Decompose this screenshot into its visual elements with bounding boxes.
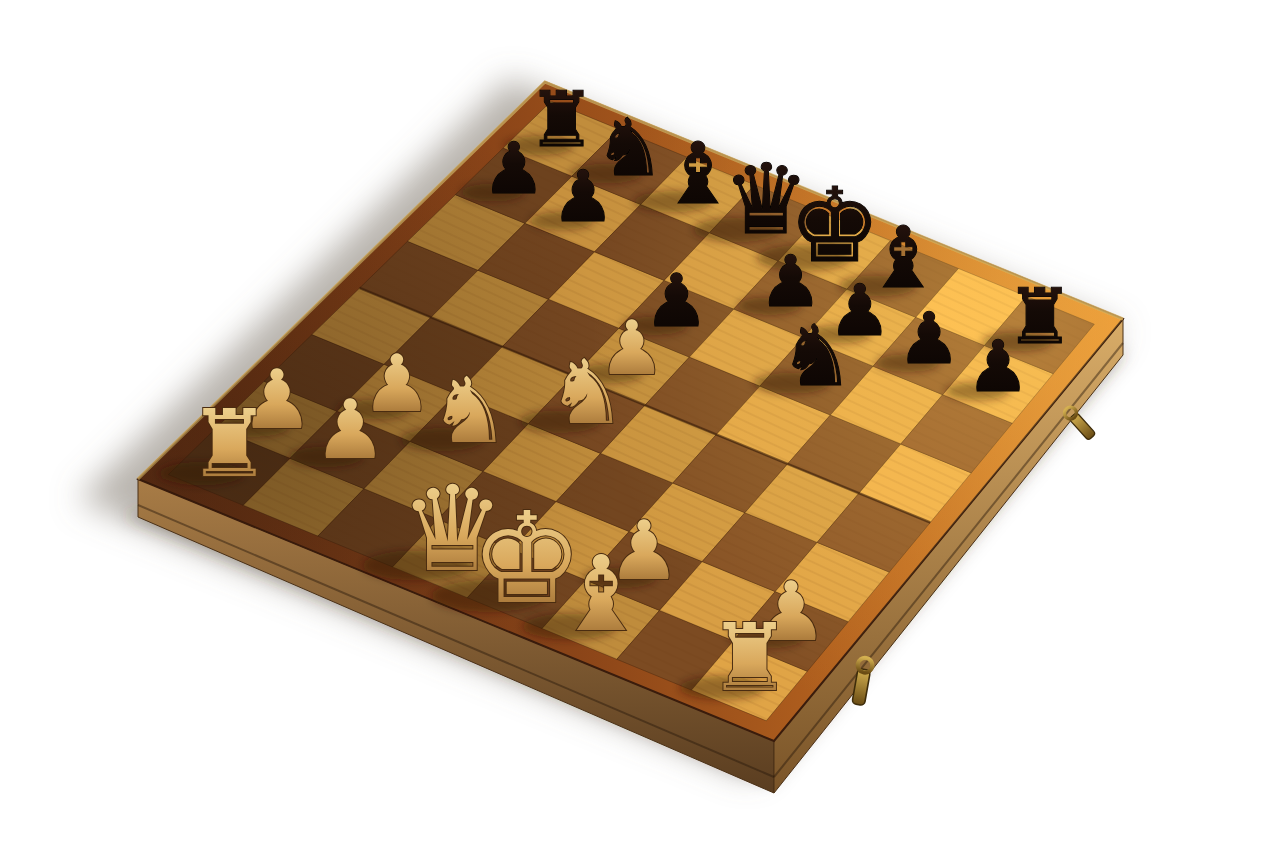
board-svg: ♜♞♟♝♟♛♚♝♟♟♟♜♟♟♞♟♟♞♟♞♟♜♛♟♚♝♟♜ [0,0,1280,852]
piece-white-bishop-f1: ♝ [554,533,647,655]
piece-white-pawn-b2: ♟ [314,382,388,477]
piece-black-knight-f6: ♞ [779,307,854,405]
piece-white-rook-a1: ♜ [188,390,271,498]
piece-black-pawn-a7: ♟ [482,127,546,210]
piece-black-pawn-b7: ♟ [551,155,615,238]
chess-photo-scene: ♜♞♟♝♟♛♚♝♟♟♟♜♟♟♞♟♟♞♟♞♟♜♛♟♚♝♟♜ [0,0,1280,852]
piece-white-knight-d4: ♞ [547,340,627,444]
piece-black-pawn-g7: ♟ [897,297,961,380]
piece-black-pawn-h7: ♟ [966,325,1030,408]
piece-white-rook-h1: ♜ [708,604,791,712]
piece-white-knight-c3: ♞ [429,358,511,463]
